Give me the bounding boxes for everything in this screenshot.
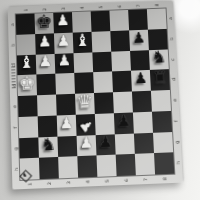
piece-black-pawn-f6[interactable]: ♟ <box>117 113 131 129</box>
square-d5[interactable] <box>93 72 113 93</box>
square-b6[interactable] <box>110 30 130 51</box>
piece-white-pawn-g4[interactable]: ♟ <box>79 136 93 152</box>
square-d2[interactable] <box>36 74 56 95</box>
square-g6[interactable] <box>115 133 135 155</box>
square-f3[interactable]: ♟ <box>57 115 77 137</box>
square-g3[interactable] <box>57 135 77 157</box>
square-g4[interactable]: ♟ <box>77 135 97 157</box>
square-f7[interactable] <box>133 111 153 133</box>
square-e8[interactable] <box>151 90 171 111</box>
square-c5[interactable] <box>92 51 112 72</box>
piece-black-rook-d8[interactable]: ♜ <box>152 69 168 86</box>
square-b4[interactable]: ♝ <box>73 32 93 53</box>
chess-board: ♚♟♟♟♝♟♝♟♟♞♚♟♜♛♟♟♟♞♟♟ 12345678 12345678 a… <box>8 0 183 189</box>
piece-white-bishop-c1[interactable]: ♝ <box>19 54 35 71</box>
piece-white-bishop-b4[interactable]: ♝ <box>75 32 91 49</box>
square-a5[interactable] <box>91 11 111 32</box>
piece-black-knight-g2[interactable]: ♞ <box>40 136 56 154</box>
square-a3[interactable]: ♟ <box>53 12 72 33</box>
square-h3[interactable] <box>58 156 78 178</box>
piece-black-pawn-d7[interactable]: ♟ <box>134 71 148 86</box>
square-g8[interactable] <box>153 132 173 154</box>
piece-white-pawn-f4-fallen[interactable]: ♟ <box>77 117 96 136</box>
square-d6[interactable] <box>112 71 132 92</box>
square-f1[interactable] <box>19 116 39 138</box>
square-a1[interactable] <box>16 14 35 35</box>
square-b7[interactable]: ♟ <box>129 29 149 50</box>
square-c3[interactable]: ♟ <box>55 53 75 74</box>
piece-white-king-d1[interactable]: ♚ <box>18 74 36 94</box>
brand-stamp <box>11 63 16 89</box>
square-h8[interactable] <box>154 153 174 175</box>
piece-black-king-a2[interactable]: ♚ <box>35 12 52 31</box>
piece-black-pawn-g5[interactable]: ♟ <box>98 135 112 151</box>
square-g2[interactable]: ♞ <box>38 136 58 158</box>
board-grid: ♚♟♟♟♝♟♝♟♟♞♚♟♜♛♟♟♟♞♟♟ <box>16 8 175 179</box>
square-a6[interactable] <box>109 10 129 31</box>
piece-white-queen-e4[interactable]: ♛ <box>76 92 94 112</box>
piece-white-pawn-b3[interactable]: ♟ <box>57 33 71 48</box>
square-f6[interactable]: ♟ <box>114 112 134 134</box>
table-surface: ♚♟♟♟♝♟♝♟♟♞♚♟♜♛♟♟♟♞♟♟ 12345678 12345678 a… <box>0 0 200 200</box>
square-d3[interactable] <box>55 73 75 94</box>
square-c4[interactable] <box>73 52 93 73</box>
square-a8[interactable] <box>147 8 167 29</box>
piece-white-pawn-a3[interactable]: ♟ <box>56 13 70 28</box>
square-e6[interactable] <box>113 91 133 112</box>
square-a7[interactable] <box>128 9 148 30</box>
square-f5[interactable] <box>95 113 115 135</box>
square-f4[interactable]: ♟ <box>76 114 96 136</box>
square-e3[interactable] <box>56 94 76 116</box>
square-a2[interactable]: ♚ <box>34 13 53 34</box>
piece-white-pawn-b2[interactable]: ♟ <box>38 34 52 49</box>
brand-logo: ♞ <box>19 169 30 181</box>
square-e2[interactable] <box>37 95 57 117</box>
square-h4[interactable] <box>77 156 97 178</box>
square-e5[interactable] <box>94 92 114 113</box>
square-d1[interactable]: ♚ <box>17 75 37 96</box>
square-f8[interactable] <box>152 111 172 133</box>
square-h2[interactable] <box>39 157 59 179</box>
piece-white-pawn-c2[interactable]: ♟ <box>39 54 53 69</box>
square-d7[interactable]: ♟ <box>131 70 151 91</box>
square-g1[interactable] <box>19 137 39 159</box>
square-c7[interactable] <box>130 50 150 71</box>
square-e4[interactable]: ♛ <box>75 93 95 115</box>
square-h7[interactable] <box>135 153 155 175</box>
square-b5[interactable] <box>92 31 112 52</box>
knight-logo-icon: ♞ <box>22 172 27 178</box>
square-g5[interactable]: ♟ <box>96 134 116 156</box>
square-e7[interactable] <box>132 91 152 112</box>
square-e1[interactable] <box>18 95 38 117</box>
piece-black-pawn-b7[interactable]: ♟ <box>132 30 146 45</box>
piece-white-pawn-c3[interactable]: ♟ <box>57 54 71 69</box>
square-b3[interactable]: ♟ <box>54 32 74 53</box>
square-h5[interactable] <box>97 155 117 177</box>
square-h6[interactable] <box>116 154 136 176</box>
square-c6[interactable] <box>111 50 131 71</box>
piece-white-pawn-f3[interactable]: ♟ <box>60 115 74 131</box>
square-g7[interactable] <box>134 132 154 154</box>
square-b2[interactable]: ♟ <box>35 33 54 54</box>
square-c2[interactable]: ♟ <box>36 53 56 74</box>
piece-black-knight-c8[interactable]: ♞ <box>151 49 167 66</box>
square-d8[interactable]: ♜ <box>150 69 170 90</box>
